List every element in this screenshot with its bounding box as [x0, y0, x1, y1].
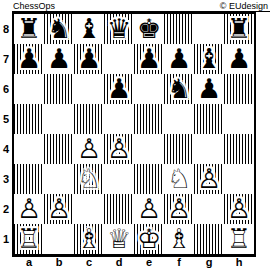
square-a4[interactable]	[14, 134, 44, 164]
square-h7[interactable]: ♟	[224, 44, 254, 74]
square-h3[interactable]	[224, 164, 254, 194]
square-b5[interactable]	[44, 104, 74, 134]
rank-label-8: 8	[0, 14, 12, 44]
square-e5[interactable]	[134, 104, 164, 134]
square-a6[interactable]	[14, 74, 44, 104]
piece-black-pawn: ♟	[47, 44, 71, 74]
square-a3[interactable]	[14, 164, 44, 194]
piece-white-knight: ♘	[167, 164, 191, 194]
piece-black-king: ♚	[137, 14, 161, 44]
square-a7[interactable]: ♟	[14, 44, 44, 74]
square-g5[interactable]	[194, 104, 224, 134]
square-b4[interactable]	[44, 134, 74, 164]
piece-black-bishop: ♝	[197, 44, 221, 74]
square-h5[interactable]	[224, 104, 254, 134]
app-title: ChessOps	[13, 1, 55, 11]
square-d7[interactable]	[104, 44, 134, 74]
file-label-a: a	[14, 256, 44, 269]
square-g3[interactable]: ♙	[194, 164, 224, 194]
square-a5[interactable]	[14, 104, 44, 134]
square-c2[interactable]	[74, 194, 104, 224]
square-b3[interactable]	[44, 164, 74, 194]
square-d2[interactable]	[104, 194, 134, 224]
square-f5[interactable]	[164, 104, 194, 134]
chess-board: ♜♞♝♛♚♜♟♟♟♟♟♝♟♟♞♟♙♙♘♘♙♙♙♙♙♙♖♗♕♔♗♖	[12, 12, 256, 257]
square-g2[interactable]	[194, 194, 224, 224]
rank-label-5: 5	[0, 104, 12, 134]
piece-black-pawn: ♟	[17, 44, 41, 74]
piece-black-pawn: ♟	[107, 74, 131, 104]
piece-white-rook: ♖	[227, 224, 251, 254]
square-b7[interactable]: ♟	[44, 44, 74, 74]
square-g6[interactable]: ♟	[194, 74, 224, 104]
piece-black-queen: ♛	[107, 14, 131, 44]
rank-label-1: 1	[0, 224, 12, 254]
square-b1[interactable]	[44, 224, 74, 254]
file-label-c: c	[74, 256, 104, 269]
piece-black-pawn: ♟	[137, 44, 161, 74]
square-e8[interactable]: ♚	[134, 14, 164, 44]
square-d4[interactable]: ♙	[104, 134, 134, 164]
piece-white-rook: ♖	[17, 224, 41, 254]
rank-label-3: 3	[0, 164, 12, 194]
rank-label-4: 4	[0, 134, 12, 164]
square-b6[interactable]	[44, 74, 74, 104]
piece-white-pawn: ♙	[47, 194, 71, 224]
piece-white-pawn: ♙	[137, 194, 161, 224]
piece-black-pawn: ♟	[77, 44, 101, 74]
square-a8[interactable]: ♜	[14, 14, 44, 44]
chessops-diagram: ChessOps © EUdesign 87654321 ♜♞♝♛♚♜♟♟♟♟♟…	[0, 0, 270, 270]
square-e3[interactable]	[134, 164, 164, 194]
square-g1[interactable]	[194, 224, 224, 254]
square-h4[interactable]	[224, 134, 254, 164]
square-d3[interactable]	[104, 164, 134, 194]
piece-black-knight: ♞	[47, 14, 71, 44]
square-f7[interactable]: ♟	[164, 44, 194, 74]
square-e2[interactable]: ♙	[134, 194, 164, 224]
square-d8[interactable]: ♛	[104, 14, 134, 44]
square-f3[interactable]: ♘	[164, 164, 194, 194]
piece-white-king: ♔	[137, 224, 161, 254]
piece-black-pawn: ♟	[227, 44, 251, 74]
square-c3[interactable]: ♘	[74, 164, 104, 194]
square-g4[interactable]	[194, 134, 224, 164]
piece-black-rook: ♜	[17, 14, 41, 44]
square-d6[interactable]: ♟	[104, 74, 134, 104]
piece-white-pawn: ♙	[17, 194, 41, 224]
file-label-g: g	[194, 256, 224, 269]
piece-white-bishop: ♗	[77, 224, 101, 254]
file-label-h: h	[224, 256, 254, 269]
square-f6[interactable]: ♞	[164, 74, 194, 104]
rank-label-7: 7	[0, 44, 12, 74]
rank-label-2: 2	[0, 194, 12, 224]
piece-black-pawn: ♟	[167, 44, 191, 74]
square-g8[interactable]	[194, 14, 224, 44]
square-h1[interactable]: ♖	[224, 224, 254, 254]
file-labels: abcdefgh	[14, 256, 254, 269]
square-c6[interactable]	[74, 74, 104, 104]
piece-white-pawn: ♙	[167, 194, 191, 224]
square-g7[interactable]: ♝	[194, 44, 224, 74]
square-e7[interactable]: ♟	[134, 44, 164, 74]
file-label-f: f	[164, 256, 194, 269]
square-b8[interactable]: ♞	[44, 14, 74, 44]
piece-white-pawn: ♙	[77, 134, 101, 164]
square-d5[interactable]	[104, 104, 134, 134]
rank-labels: 87654321	[0, 14, 12, 254]
piece-black-knight: ♞	[167, 74, 191, 104]
square-c4[interactable]: ♙	[74, 134, 104, 164]
square-c1[interactable]: ♗	[74, 224, 104, 254]
file-label-e: e	[134, 256, 164, 269]
square-h2[interactable]: ♙	[224, 194, 254, 224]
square-f4[interactable]	[164, 134, 194, 164]
square-h6[interactable]	[224, 74, 254, 104]
square-a1[interactable]: ♖	[14, 224, 44, 254]
square-c8[interactable]: ♝	[74, 14, 104, 44]
piece-black-pawn: ♟	[197, 74, 221, 104]
square-h8[interactable]: ♜	[224, 14, 254, 44]
piece-white-pawn: ♙	[107, 134, 131, 164]
square-a2[interactable]: ♙	[14, 194, 44, 224]
piece-white-pawn: ♙	[197, 164, 221, 194]
piece-black-rook: ♜	[227, 14, 251, 44]
piece-white-pawn: ♙	[227, 194, 251, 224]
piece-black-bishop: ♝	[77, 14, 101, 44]
file-label-d: d	[104, 256, 134, 269]
square-c7[interactable]: ♟	[74, 44, 104, 74]
file-label-b: b	[44, 256, 74, 269]
square-e4[interactable]	[134, 134, 164, 164]
credit-text: © EUdesign	[220, 1, 268, 11]
piece-white-bishop: ♗	[167, 224, 191, 254]
square-d1[interactable]: ♕	[104, 224, 134, 254]
square-f8[interactable]	[164, 14, 194, 44]
piece-white-queen: ♕	[107, 224, 131, 254]
square-e1[interactable]: ♔	[134, 224, 164, 254]
square-e6[interactable]	[134, 74, 164, 104]
square-f1[interactable]: ♗	[164, 224, 194, 254]
rank-label-6: 6	[0, 74, 12, 104]
square-b2[interactable]: ♙	[44, 194, 74, 224]
piece-white-knight: ♘	[77, 164, 101, 194]
square-c5[interactable]	[74, 104, 104, 134]
square-f2[interactable]: ♙	[164, 194, 194, 224]
